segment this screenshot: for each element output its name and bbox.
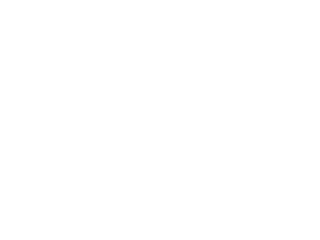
page-margin — [0, 158, 200, 163]
go-board[interactable] — [0, 3, 193, 158]
scrollbar-track[interactable] — [193, 3, 200, 158]
screenshot-root — [0, 0, 200, 163]
